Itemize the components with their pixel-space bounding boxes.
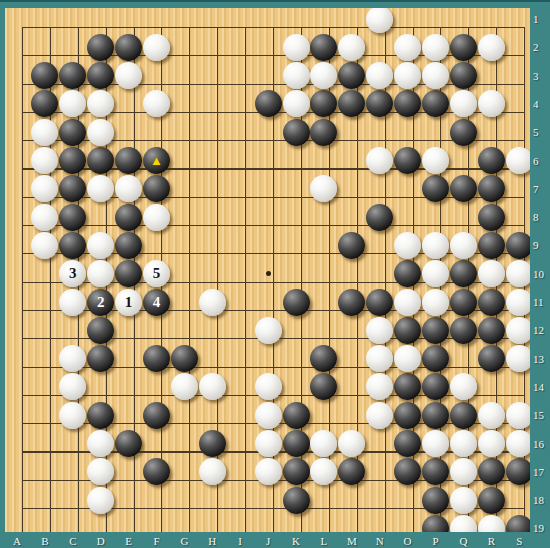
black-stone-L2[interactable] bbox=[310, 34, 337, 61]
black-stone-D12[interactable] bbox=[87, 317, 114, 344]
row-label-8: 8 bbox=[533, 212, 549, 223]
white-stone-M2[interactable] bbox=[338, 34, 365, 61]
row-label-1: 1 bbox=[533, 14, 549, 25]
black-stone-Q5[interactable] bbox=[450, 119, 477, 146]
white-stone-P10[interactable] bbox=[422, 260, 449, 287]
black-stone-O16[interactable] bbox=[394, 430, 421, 457]
frame-top-edge bbox=[0, 0, 550, 2]
black-stone-R8[interactable] bbox=[478, 204, 505, 231]
black-stone-K16[interactable] bbox=[283, 430, 310, 457]
white-stone-J14[interactable] bbox=[255, 373, 282, 400]
black-stone-H16[interactable] bbox=[199, 430, 226, 457]
black-stone-K17[interactable] bbox=[283, 458, 310, 485]
black-stone-C5[interactable] bbox=[59, 119, 86, 146]
white-stone-S15[interactable] bbox=[506, 402, 533, 429]
black-stone-D11[interactable]: 2 bbox=[87, 289, 114, 316]
column-label-G: G bbox=[173, 536, 195, 547]
white-stone-O9[interactable] bbox=[394, 232, 421, 259]
column-label-N: N bbox=[369, 536, 391, 547]
black-stone-E2[interactable] bbox=[115, 34, 142, 61]
white-stone-N12[interactable] bbox=[366, 317, 393, 344]
column-label-K: K bbox=[285, 536, 307, 547]
white-stone-O13[interactable] bbox=[394, 345, 421, 372]
black-stone-C9[interactable] bbox=[59, 232, 86, 259]
white-stone-S12[interactable] bbox=[506, 317, 533, 344]
black-stone-K5[interactable] bbox=[283, 119, 310, 146]
move-number-label: 2 bbox=[97, 295, 105, 310]
black-stone-E8[interactable] bbox=[115, 204, 142, 231]
frame-left bbox=[0, 0, 5, 548]
black-stone-S9[interactable] bbox=[506, 232, 533, 259]
white-stone-D16[interactable] bbox=[87, 430, 114, 457]
white-stone-F8[interactable] bbox=[143, 204, 170, 231]
row-label-13: 13 bbox=[533, 354, 549, 365]
black-stone-F11[interactable]: 4 bbox=[143, 289, 170, 316]
black-stone-E16[interactable] bbox=[115, 430, 142, 457]
black-stone-M9[interactable] bbox=[338, 232, 365, 259]
black-stone-Q12[interactable] bbox=[450, 317, 477, 344]
row-label-15: 15 bbox=[533, 410, 549, 421]
row-label-4: 4 bbox=[533, 99, 549, 110]
row-label-3: 3 bbox=[533, 71, 549, 82]
move-number-label: 4 bbox=[153, 295, 161, 310]
column-label-J: J bbox=[257, 536, 279, 547]
row-label-7: 7 bbox=[533, 184, 549, 195]
white-stone-P11[interactable] bbox=[422, 289, 449, 316]
column-label-O: O bbox=[397, 536, 419, 547]
white-stone-N15[interactable] bbox=[366, 402, 393, 429]
black-stone-Q15[interactable] bbox=[450, 402, 477, 429]
black-stone-R11[interactable] bbox=[478, 289, 505, 316]
white-stone-Q18[interactable] bbox=[450, 487, 477, 514]
white-stone-R15[interactable] bbox=[478, 402, 505, 429]
white-stone-P9[interactable] bbox=[422, 232, 449, 259]
black-stone-K11[interactable] bbox=[283, 289, 310, 316]
white-stone-K3[interactable] bbox=[283, 62, 310, 89]
white-stone-Q9[interactable] bbox=[450, 232, 477, 259]
black-stone-F13[interactable] bbox=[143, 345, 170, 372]
black-stone-D2[interactable] bbox=[87, 34, 114, 61]
row-label-16: 16 bbox=[533, 439, 549, 450]
black-stone-Q10[interactable] bbox=[450, 260, 477, 287]
black-stone-R12[interactable] bbox=[478, 317, 505, 344]
black-stone-Q3[interactable] bbox=[450, 62, 477, 89]
white-stone-J16[interactable] bbox=[255, 430, 282, 457]
column-label-F: F bbox=[146, 536, 168, 547]
white-stone-R16[interactable] bbox=[478, 430, 505, 457]
white-stone-P2[interactable] bbox=[422, 34, 449, 61]
white-stone-R10[interactable] bbox=[478, 260, 505, 287]
black-stone-P15[interactable] bbox=[422, 402, 449, 429]
white-stone-S11[interactable] bbox=[506, 289, 533, 316]
black-stone-R6[interactable] bbox=[478, 147, 505, 174]
black-stone-R13[interactable] bbox=[478, 345, 505, 372]
black-stone-N11[interactable] bbox=[366, 289, 393, 316]
triangle-mark-icon: ▲ bbox=[150, 154, 163, 167]
black-stone-C8[interactable] bbox=[59, 204, 86, 231]
white-stone-K4[interactable] bbox=[283, 90, 310, 117]
white-stone-Q17[interactable] bbox=[450, 458, 477, 485]
white-stone-J12[interactable] bbox=[255, 317, 282, 344]
column-label-C: C bbox=[62, 536, 84, 547]
row-label-14: 14 bbox=[533, 382, 549, 393]
white-stone-H14[interactable] bbox=[199, 373, 226, 400]
black-stone-G13[interactable] bbox=[171, 345, 198, 372]
black-stone-R18[interactable] bbox=[478, 487, 505, 514]
black-stone-S17[interactable] bbox=[506, 458, 533, 485]
white-stone-P3[interactable] bbox=[422, 62, 449, 89]
black-stone-D6[interactable] bbox=[87, 147, 114, 174]
row-label-6: 6 bbox=[533, 156, 549, 167]
row-label-11: 11 bbox=[533, 297, 549, 308]
white-stone-O11[interactable] bbox=[394, 289, 421, 316]
white-stone-D18[interactable] bbox=[87, 487, 114, 514]
row-label-2: 2 bbox=[533, 42, 549, 53]
black-stone-F15[interactable] bbox=[143, 402, 170, 429]
column-label-B: B bbox=[34, 536, 56, 547]
column-label-P: P bbox=[425, 536, 447, 547]
white-stone-D9[interactable] bbox=[87, 232, 114, 259]
white-stone-B8[interactable] bbox=[31, 204, 58, 231]
white-stone-R4[interactable] bbox=[478, 90, 505, 117]
column-label-I: I bbox=[229, 536, 251, 547]
white-stone-S10[interactable] bbox=[506, 260, 533, 287]
white-stone-K2[interactable] bbox=[283, 34, 310, 61]
white-stone-J15[interactable] bbox=[255, 402, 282, 429]
black-stone-K18[interactable] bbox=[283, 487, 310, 514]
white-stone-R2[interactable] bbox=[478, 34, 505, 61]
black-stone-R7[interactable] bbox=[478, 175, 505, 202]
white-stone-C15[interactable] bbox=[59, 402, 86, 429]
row-label-18: 18 bbox=[533, 495, 549, 506]
white-stone-J17[interactable] bbox=[255, 458, 282, 485]
move-number-label: 3 bbox=[69, 266, 77, 281]
black-stone-E9[interactable] bbox=[115, 232, 142, 259]
row-label-5: 5 bbox=[533, 127, 549, 138]
black-stone-R9[interactable] bbox=[478, 232, 505, 259]
black-stone-P18[interactable] bbox=[422, 487, 449, 514]
black-stone-R17[interactable] bbox=[478, 458, 505, 485]
white-stone-H17[interactable] bbox=[199, 458, 226, 485]
black-stone-E6[interactable] bbox=[115, 147, 142, 174]
black-stone-F6[interactable]: ▲ bbox=[143, 147, 170, 174]
column-label-L: L bbox=[313, 536, 335, 547]
white-stone-S6[interactable] bbox=[506, 147, 533, 174]
row-label-17: 17 bbox=[533, 467, 549, 478]
black-stone-N8[interactable] bbox=[366, 204, 393, 231]
white-stone-F2[interactable] bbox=[143, 34, 170, 61]
black-stone-O15[interactable] bbox=[394, 402, 421, 429]
column-label-S: S bbox=[508, 536, 530, 547]
black-stone-L5[interactable] bbox=[310, 119, 337, 146]
row-label-9: 9 bbox=[533, 240, 549, 251]
column-label-R: R bbox=[480, 536, 502, 547]
column-label-M: M bbox=[341, 536, 363, 547]
row-label-12: 12 bbox=[533, 325, 549, 336]
column-label-Q: Q bbox=[452, 536, 474, 547]
black-stone-M11[interactable] bbox=[338, 289, 365, 316]
white-stone-E3[interactable] bbox=[115, 62, 142, 89]
white-stone-S13[interactable] bbox=[506, 345, 533, 372]
star-point bbox=[266, 271, 271, 276]
move-number-label: 1 bbox=[125, 295, 133, 310]
black-stone-O12[interactable] bbox=[394, 317, 421, 344]
black-stone-O6[interactable] bbox=[394, 147, 421, 174]
white-stone-N6[interactable] bbox=[366, 147, 393, 174]
black-stone-J4[interactable] bbox=[255, 90, 282, 117]
black-stone-Q11[interactable] bbox=[450, 289, 477, 316]
white-stone-D5[interactable] bbox=[87, 119, 114, 146]
go-app-window: ▲24351ABCDEFGHIJKLMNOPQRS123456789101112… bbox=[0, 0, 550, 548]
white-stone-O2[interactable] bbox=[394, 34, 421, 61]
white-stone-C11[interactable] bbox=[59, 289, 86, 316]
white-stone-Q16[interactable] bbox=[450, 430, 477, 457]
column-label-E: E bbox=[118, 536, 140, 547]
white-stone-O3[interactable] bbox=[394, 62, 421, 89]
white-stone-B5[interactable] bbox=[31, 119, 58, 146]
column-label-H: H bbox=[201, 536, 223, 547]
black-stone-D15[interactable] bbox=[87, 402, 114, 429]
white-stone-N1[interactable] bbox=[366, 6, 393, 33]
move-number-label: 5 bbox=[153, 266, 161, 281]
white-stone-P16[interactable] bbox=[422, 430, 449, 457]
white-stone-H11[interactable] bbox=[199, 289, 226, 316]
column-label-D: D bbox=[90, 536, 112, 547]
black-stone-P12[interactable] bbox=[422, 317, 449, 344]
column-label-A: A bbox=[6, 536, 28, 547]
white-stone-S16[interactable] bbox=[506, 430, 533, 457]
white-stone-E11[interactable]: 1 bbox=[115, 289, 142, 316]
row-label-10: 10 bbox=[533, 269, 549, 280]
black-stone-P13[interactable] bbox=[422, 345, 449, 372]
row-label-19: 19 bbox=[533, 523, 549, 534]
black-stone-Q2[interactable] bbox=[450, 34, 477, 61]
white-stone-P6[interactable] bbox=[422, 147, 449, 174]
white-stone-F10[interactable]: 5 bbox=[143, 260, 170, 287]
black-stone-K15[interactable] bbox=[283, 402, 310, 429]
black-stone-Q7[interactable] bbox=[450, 175, 477, 202]
